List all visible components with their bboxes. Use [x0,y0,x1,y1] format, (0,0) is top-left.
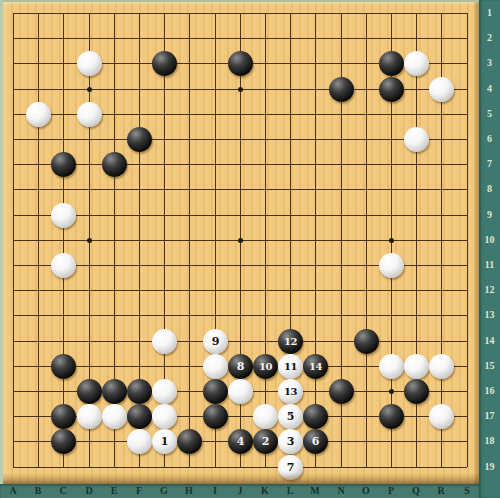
row-label-18: 18 [479,434,500,448]
board-edge-top [0,0,500,2]
star-point [87,87,92,92]
column-coordinates-strip: ABCDEFGHIJKLMNOPQRS [0,484,479,498]
stone-white-move-9: 9 [203,329,228,354]
stone-white [253,404,278,429]
star-point [87,238,92,243]
grid[interactable]: 9128101114135142367 [13,13,468,468]
row-label-9: 9 [479,208,500,222]
stone-white [228,379,253,404]
stone-black [127,127,152,152]
stone-white [26,102,51,127]
column-label-Q: Q [409,484,423,498]
star-point [389,238,394,243]
stone-black [329,379,354,404]
row-label-1: 1 [479,6,500,20]
star-point [238,238,243,243]
board-edge-left [0,0,3,498]
board-edge-shadow-bottom [3,473,479,484]
stone-white [77,404,102,429]
stone-white-move-11: 11 [278,354,303,379]
stone-white [77,51,102,76]
stone-white [429,354,454,379]
column-label-K: K [258,484,272,498]
stone-black [228,51,253,76]
stone-black [404,379,429,404]
stone-white [152,404,177,429]
column-label-I: I [208,484,222,498]
row-label-4: 4 [479,82,500,96]
stone-black [152,51,177,76]
row-label-13: 13 [479,308,500,322]
stone-black-move-4: 4 [228,429,253,454]
row-label-19: 19 [479,460,500,474]
row-label-7: 7 [479,157,500,171]
grid-line-vertical [366,13,367,467]
column-label-O: O [359,484,373,498]
stone-black-move-6: 6 [303,429,328,454]
column-label-D: D [82,484,96,498]
stone-white-move-5: 5 [278,404,303,429]
stone-white [77,102,102,127]
stone-white-move-3: 3 [278,429,303,454]
row-label-14: 14 [479,334,500,348]
stone-black-move-2: 2 [253,429,278,454]
column-label-G: G [157,484,171,498]
column-label-E: E [107,484,121,498]
stone-black [127,379,152,404]
stone-black [303,404,328,429]
go-board[interactable]: 9128101114135142367 [3,2,479,484]
stone-black-move-14: 14 [303,354,328,379]
column-label-A: A [6,484,20,498]
stone-black-move-10: 10 [253,354,278,379]
stone-black [51,152,76,177]
star-point [238,87,243,92]
stone-black [51,404,76,429]
stone-white-move-1: 1 [152,429,177,454]
stone-black [177,429,202,454]
column-label-R: R [434,484,448,498]
star-point [389,389,394,394]
stone-white [429,77,454,102]
row-label-15: 15 [479,359,500,373]
grid-line-horizontal [13,290,467,291]
row-label-16: 16 [479,384,500,398]
row-label-11: 11 [479,258,500,272]
stone-white [379,354,404,379]
grid-line-horizontal [13,467,467,468]
stone-black [203,404,228,429]
stone-black-move-12: 12 [278,329,303,354]
stone-black-move-8: 8 [228,354,253,379]
stone-black [379,51,404,76]
stone-black [379,77,404,102]
column-label-N: N [334,484,348,498]
stone-black [379,404,404,429]
stone-white [203,354,228,379]
stone-black [354,329,379,354]
stone-white [51,253,76,278]
stone-white [404,354,429,379]
grid-line-horizontal [13,315,467,316]
column-label-P: P [384,484,398,498]
stone-black [102,379,127,404]
column-label-J: J [233,484,247,498]
go-diagram: 9128101114135142367 12345678910111213141… [0,0,500,498]
stone-black [329,77,354,102]
row-label-12: 12 [479,283,500,297]
row-label-8: 8 [479,182,500,196]
stone-black [51,354,76,379]
stone-white-move-13: 13 [278,379,303,404]
stone-black [127,404,152,429]
stone-white [127,429,152,454]
row-label-2: 2 [479,31,500,45]
grid-line-vertical [315,13,316,467]
stone-white [152,329,177,354]
grid-line-horizontal [13,341,467,342]
grid-line-vertical [467,13,468,467]
stone-white [152,379,177,404]
column-label-S: S [460,484,474,498]
stone-white [379,253,404,278]
column-label-F: F [132,484,146,498]
column-label-H: H [182,484,196,498]
stone-white [404,127,429,152]
row-label-10: 10 [479,233,500,247]
row-label-17: 17 [479,409,500,423]
row-label-3: 3 [479,56,500,70]
column-label-M: M [308,484,322,498]
row-label-5: 5 [479,107,500,121]
column-label-B: B [31,484,45,498]
grid-line-vertical [265,13,266,467]
stone-black [51,429,76,454]
row-coordinates-strip: 12345678910111213141516171819 [479,0,500,498]
stone-black [102,152,127,177]
stone-black [203,379,228,404]
stone-white [102,404,127,429]
stone-black [77,379,102,404]
column-label-L: L [283,484,297,498]
column-label-C: C [56,484,70,498]
stone-white [429,404,454,429]
stone-white [51,203,76,228]
stone-white [404,51,429,76]
row-label-6: 6 [479,132,500,146]
